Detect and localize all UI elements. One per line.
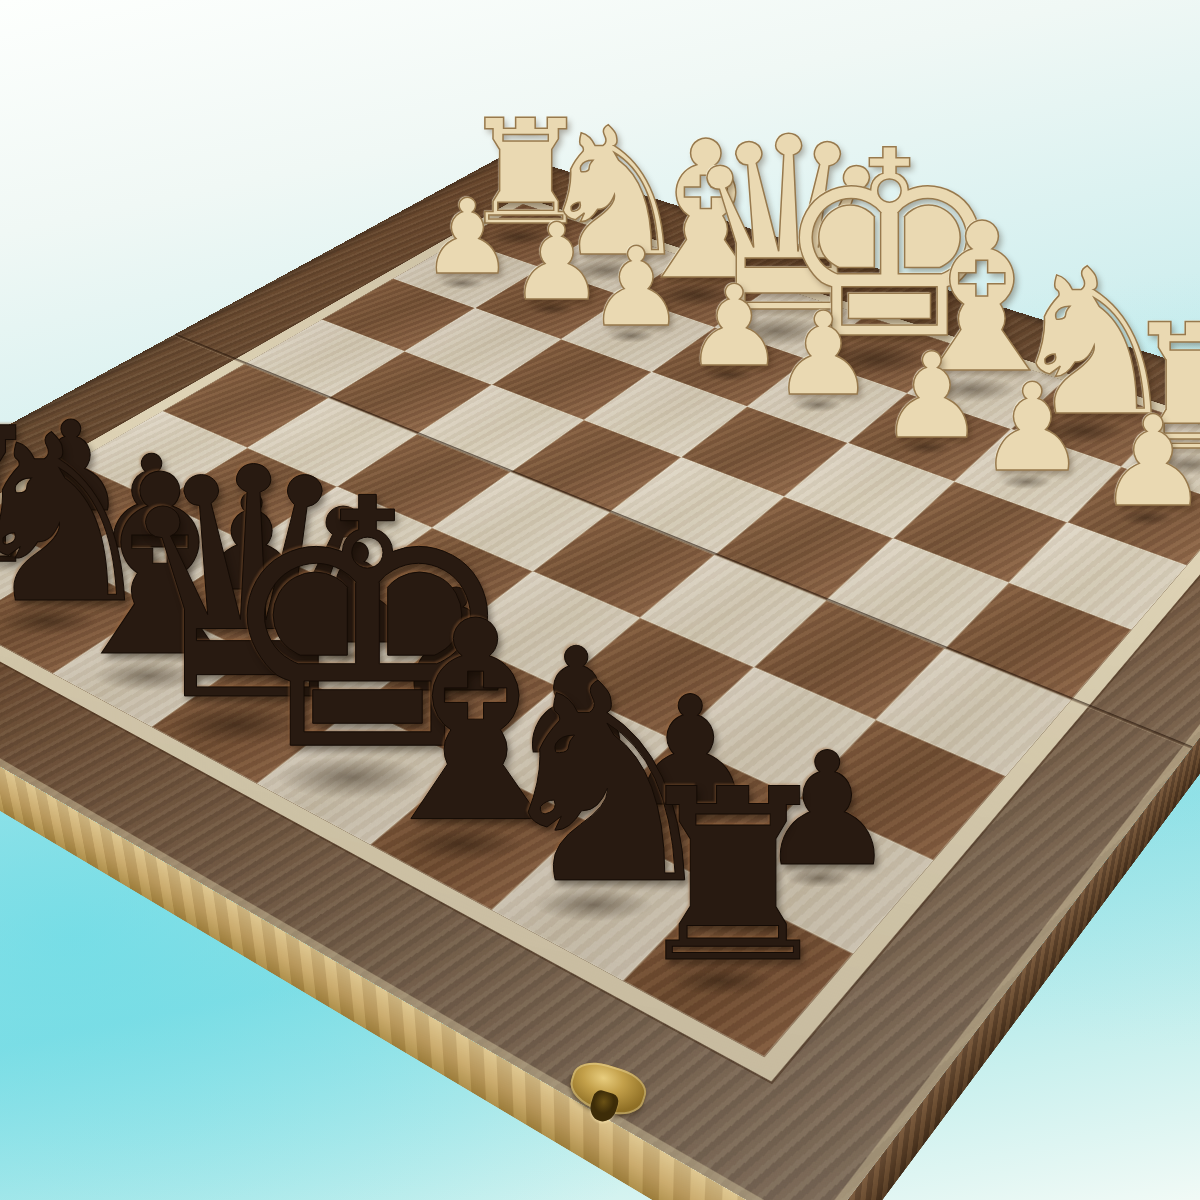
pawn-icon: ♟ bbox=[978, 368, 1087, 490]
piece-black-rook-h8[interactable]: ♜ bbox=[733, 982, 946, 1200]
pawn-icon: ♟ bbox=[587, 234, 685, 343]
rook-icon: ♜ bbox=[626, 758, 839, 996]
pawn-icon: ♟ bbox=[1097, 401, 1200, 526]
pawn-icon: ♟ bbox=[879, 336, 985, 454]
pawn-icon: ♟ bbox=[421, 186, 514, 290]
pawn-icon: ♟ bbox=[772, 297, 875, 412]
scene-background: ♜♞♝♛♚♝♞♜♟♟♟♟♟♟♟♟♟♟♟♟♟♟♟♟♜♞♝♛♚♝♞♜ bbox=[0, 0, 1200, 1200]
pawn-icon: ♟ bbox=[684, 269, 784, 381]
piece-white-pawn-h2[interactable]: ♟ bbox=[1153, 518, 1200, 643]
